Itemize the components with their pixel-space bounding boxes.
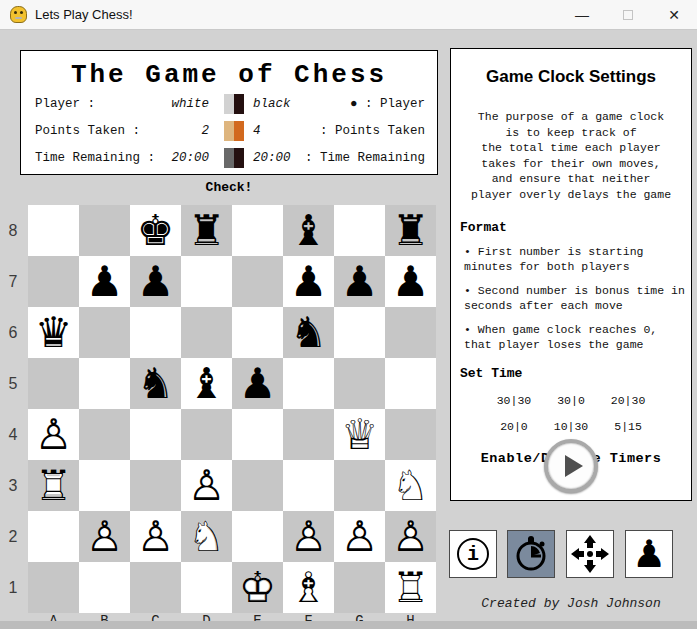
piece-bQ-a6[interactable]: ♛: [35, 307, 73, 358]
square-f1[interactable]: ♝♗: [283, 562, 334, 613]
piece-wB-f1[interactable]: ♝♗: [283, 562, 334, 613]
piece-wP-c2[interactable]: ♟♙: [130, 511, 181, 562]
square-d2[interactable]: ♞♘: [181, 511, 232, 562]
pieces-button[interactable]: ♟: [625, 530, 673, 578]
square-d3[interactable]: ♟♙: [181, 460, 232, 511]
start-timer-button[interactable]: [544, 439, 598, 493]
square-e2[interactable]: [232, 511, 283, 562]
square-h2[interactable]: ♟♙: [385, 511, 436, 562]
piece-wR-a3[interactable]: ♜♖: [28, 460, 79, 511]
black-time-swatch: [234, 148, 244, 168]
piece-bP-e5[interactable]: ♟: [239, 358, 277, 409]
square-g2[interactable]: ♟♙: [334, 511, 385, 562]
square-a4[interactable]: ♟♙: [28, 409, 79, 460]
rank-labels: 87654321: [0, 205, 26, 613]
player-row: Player : white black ● : Player: [21, 91, 437, 117]
time-option-10-30[interactable]: 10|30: [554, 420, 589, 433]
app-icon: [10, 6, 27, 23]
pawn-icon: ♟: [632, 531, 666, 577]
square-b3[interactable]: [79, 460, 130, 511]
time-option-30-0[interactable]: 30|0: [557, 394, 585, 407]
square-a6[interactable]: ♛: [28, 307, 79, 358]
square-d8[interactable]: ♜: [181, 205, 232, 256]
piece-outline: ♙: [283, 511, 334, 562]
square-g8[interactable]: [334, 205, 385, 256]
piece-wP-d3[interactable]: ♟♙: [181, 460, 232, 511]
piece-wP-a4[interactable]: ♟♙: [28, 409, 79, 460]
piece-outline: ♙: [130, 511, 181, 562]
piece-outline: ♙: [79, 511, 130, 562]
square-b2[interactable]: ♟♙: [79, 511, 130, 562]
time-label: Time Remaining :: [35, 151, 155, 165]
minimize-button[interactable]: —: [559, 0, 605, 29]
info-button[interactable]: i: [449, 530, 497, 578]
square-e8[interactable]: [232, 205, 283, 256]
intro-line: player overly delays the game: [451, 187, 691, 203]
square-c1[interactable]: [130, 562, 181, 613]
rank-label-2: 2: [0, 511, 26, 562]
format-bullet-2: • Second number is bonus time in seconds…: [464, 283, 685, 313]
piece-wN-h3[interactable]: ♞♘: [385, 460, 436, 511]
piece-wQ-g4[interactable]: ♛♕: [334, 409, 385, 460]
intro-line: takes for their own moves,: [451, 156, 691, 172]
piece-bN-c5[interactable]: ♞: [137, 358, 175, 409]
piece-bP-c7[interactable]: ♟: [137, 256, 175, 307]
square-h1[interactable]: ♜♖: [385, 562, 436, 613]
piece-bN-f6[interactable]: ♞: [290, 307, 328, 358]
square-g3[interactable]: [334, 460, 385, 511]
stopwatch-icon: [512, 535, 550, 573]
titlebar: Lets Play Chess! — ✕: [0, 0, 697, 30]
square-g5[interactable]: [334, 358, 385, 409]
square-b8[interactable]: [79, 205, 130, 256]
rank-label-6: 6: [0, 307, 26, 358]
square-f3[interactable]: [283, 460, 334, 511]
chess-board[interactable]: ♚♜♝♜♟♟♟♟♟♛♞♞♝♟♟♙♛♕♜♖♟♙♞♘♟♙♟♙♞♘♟♙♟♙♟♙♚♔♝♗…: [28, 205, 436, 613]
piece-outline: ♔: [232, 562, 283, 613]
square-b1[interactable]: [79, 562, 130, 613]
square-f8[interactable]: ♝: [283, 205, 334, 256]
square-f6[interactable]: ♞: [283, 307, 334, 358]
piece-outline: ♕: [334, 409, 385, 460]
game-title: The Game of Chess: [21, 60, 437, 90]
square-b6[interactable]: [79, 307, 130, 358]
square-a8[interactable]: [28, 205, 79, 256]
piece-wP-g2[interactable]: ♟♙: [334, 511, 385, 562]
square-h7[interactable]: ♟: [385, 256, 436, 307]
square-h6[interactable]: [385, 307, 436, 358]
intro-line: is to keep track of: [451, 125, 691, 141]
points-label: Points Taken :: [35, 124, 140, 138]
points-color-swatches: [224, 121, 244, 141]
square-g6[interactable]: [334, 307, 385, 358]
square-d7[interactable]: [181, 256, 232, 307]
piece-outline: ♘: [181, 511, 232, 562]
black-points-value: 4: [253, 124, 261, 138]
piece-outline: ♖: [28, 460, 79, 511]
play-icon: [565, 455, 583, 477]
white-player-value: white: [171, 97, 209, 111]
white-points-swatch: [224, 121, 234, 141]
credit-text: Created by Josh Johnson: [450, 596, 692, 611]
square-g1[interactable]: [334, 562, 385, 613]
square-h8[interactable]: ♜: [385, 205, 436, 256]
square-a5[interactable]: [28, 358, 79, 409]
square-c3[interactable]: [130, 460, 181, 511]
piece-wP-h2[interactable]: ♟♙: [385, 511, 436, 562]
piece-outline: ♙: [334, 511, 385, 562]
black-points-swatch: [234, 121, 244, 141]
window-bottom-edge: [0, 621, 697, 629]
square-c2[interactable]: ♟♙: [130, 511, 181, 562]
timer-button[interactable]: [507, 530, 555, 578]
rank-label-5: 5: [0, 358, 26, 409]
piece-wK-e1[interactable]: ♚♔: [232, 562, 283, 613]
square-a7[interactable]: [28, 256, 79, 307]
format-bullet-1: • First number is starting minutes for b…: [464, 244, 685, 274]
time-options-row-1: 30|30 30|0 20|30: [451, 394, 691, 407]
maximize-icon: [623, 10, 633, 20]
square-c6[interactable]: [130, 307, 181, 358]
piece-bB-f8[interactable]: ♝: [290, 205, 328, 256]
square-e5[interactable]: ♟: [232, 358, 283, 409]
piece-outline: ♗: [283, 562, 334, 613]
intro-line: The purpose of a game clock: [451, 109, 691, 125]
rank-label-7: 7: [0, 256, 26, 307]
square-b5[interactable]: [79, 358, 130, 409]
square-d5[interactable]: ♝: [181, 358, 232, 409]
points-label-right: : Points Taken: [320, 124, 425, 138]
black-player-swatch: [234, 94, 244, 114]
square-a2[interactable]: [28, 511, 79, 562]
rank-label-1: 1: [0, 562, 26, 613]
piece-wP-f2[interactable]: ♟♙: [283, 511, 334, 562]
clock-settings-title: Game Clock Settings: [451, 67, 691, 87]
square-a3[interactable]: ♜♖: [28, 460, 79, 511]
piece-bP-h7[interactable]: ♟: [392, 256, 430, 307]
time-option-20-30[interactable]: 20|30: [611, 394, 646, 407]
time-row: Time Remaining : 20:00 20:00 : Time Rema…: [21, 145, 437, 171]
square-h4[interactable]: [385, 409, 436, 460]
square-h5[interactable]: [385, 358, 436, 409]
white-time-value: 20:00: [171, 151, 209, 165]
square-c7[interactable]: ♟: [130, 256, 181, 307]
close-button[interactable]: ✕: [651, 0, 697, 29]
time-label-right: : Time Remaining: [305, 151, 425, 165]
piece-bB-d5[interactable]: ♝: [188, 358, 226, 409]
move-button[interactable]: [566, 530, 614, 578]
format-bullet-3: • When game clock reaches 0, that player…: [464, 322, 685, 352]
square-c5[interactable]: ♞: [130, 358, 181, 409]
square-e6[interactable]: [232, 307, 283, 358]
points-row: Points Taken : 2 4 : Points Taken: [21, 118, 437, 144]
piece-outline: ♘: [385, 460, 436, 511]
bottom-toolbar: i ♟: [449, 530, 692, 578]
maximize-button: [605, 0, 651, 29]
square-e4[interactable]: [232, 409, 283, 460]
square-d6[interactable]: [181, 307, 232, 358]
check-status: Check!: [20, 180, 438, 195]
square-d1[interactable]: [181, 562, 232, 613]
window-title: Lets Play Chess!: [35, 7, 133, 22]
time-option-20-0[interactable]: 20|0: [500, 420, 528, 433]
rank-label-8: 8: [0, 205, 26, 256]
white-points-value: 2: [201, 124, 209, 138]
square-b4[interactable]: [79, 409, 130, 460]
square-g4[interactable]: ♛♕: [334, 409, 385, 460]
piece-wN-d2[interactable]: ♞♘: [181, 511, 232, 562]
piece-bR-d8[interactable]: ♜: [188, 205, 226, 256]
piece-bK-c8[interactable]: ♚: [137, 205, 175, 256]
intro-line: the total time each player: [451, 140, 691, 156]
square-e7[interactable]: [232, 256, 283, 307]
intro-line: and ensure that neither: [451, 171, 691, 187]
rank-label-4: 4: [0, 409, 26, 460]
square-b7[interactable]: ♟: [79, 256, 130, 307]
piece-wR-h1[interactable]: ♜♖: [385, 562, 436, 613]
square-c4[interactable]: [130, 409, 181, 460]
piece-bR-h8[interactable]: ♜: [392, 205, 430, 256]
black-player-value: black: [253, 97, 291, 111]
square-c8[interactable]: ♚: [130, 205, 181, 256]
piece-bP-f7[interactable]: ♟: [290, 256, 328, 307]
black-time-value: 20:00: [253, 151, 291, 165]
square-f4[interactable]: [283, 409, 334, 460]
time-options-row-2: 20|0 10|30 5|15: [451, 420, 691, 433]
square-h3[interactable]: ♞♘: [385, 460, 436, 511]
square-g7[interactable]: ♟: [334, 256, 385, 307]
player-label-right: ● : Player: [350, 97, 425, 111]
square-f2[interactable]: ♟♙: [283, 511, 334, 562]
square-e1[interactable]: ♚♔: [232, 562, 283, 613]
game-header-panel: The Game of Chess Player : white black ●…: [20, 50, 438, 175]
format-heading: Format: [460, 220, 691, 235]
time-option-5-15[interactable]: 5|15: [614, 420, 642, 433]
time-option-30-30[interactable]: 30|30: [497, 394, 532, 407]
move-arrows-icon: [570, 534, 610, 574]
piece-outline: ♙: [181, 460, 232, 511]
square-f5[interactable]: [283, 358, 334, 409]
square-e3[interactable]: [232, 460, 283, 511]
piece-outline: ♙: [385, 511, 436, 562]
piece-wP-b2[interactable]: ♟♙: [79, 511, 130, 562]
piece-outline: ♖: [385, 562, 436, 613]
info-icon: i: [457, 538, 489, 570]
piece-outline: ♙: [28, 409, 79, 460]
set-time-heading: Set Time: [460, 366, 691, 381]
white-player-swatch: [224, 94, 234, 114]
player-color-swatches: [224, 94, 244, 114]
time-color-swatches: [224, 148, 244, 168]
square-f7[interactable]: ♟: [283, 256, 334, 307]
player-label: Player :: [35, 97, 95, 111]
white-time-swatch: [224, 148, 234, 168]
game-clock-settings-panel: Game Clock Settings The purpose of a gam…: [450, 48, 692, 501]
rank-label-3: 3: [0, 460, 26, 511]
piece-bP-b7[interactable]: ♟: [86, 256, 124, 307]
square-a1[interactable]: [28, 562, 79, 613]
clock-intro-text: The purpose of a game clock is to keep t…: [451, 109, 691, 202]
square-d4[interactable]: [181, 409, 232, 460]
piece-bP-g7[interactable]: ♟: [341, 256, 379, 307]
